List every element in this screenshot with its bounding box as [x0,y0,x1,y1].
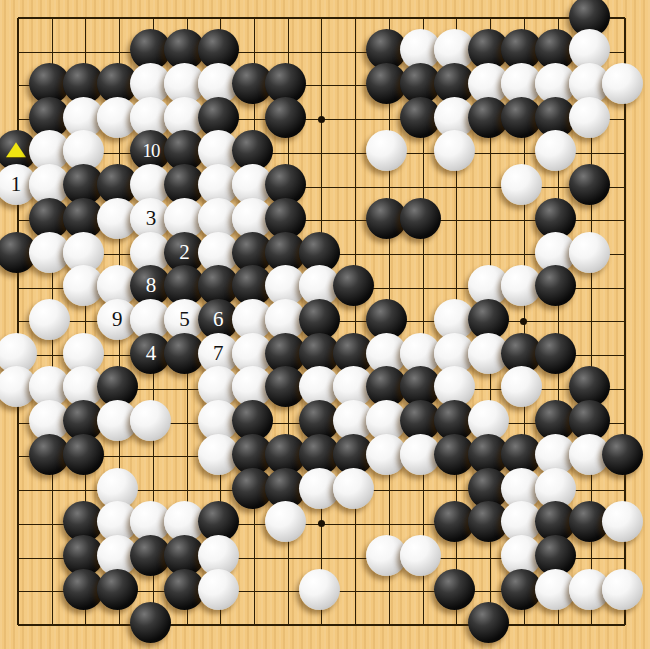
white-stone[interactable] [299,569,340,610]
black-stone[interactable] [97,569,138,610]
move-number-label: 3 [146,208,157,229]
white-stone[interactable] [265,501,306,542]
grid-line [18,624,625,626]
white-stone[interactable] [366,130,407,171]
black-stone[interactable] [63,434,104,475]
go-board[interactable]: 10132895647 [0,0,650,649]
white-stone[interactable] [130,400,171,441]
black-stone[interactable] [535,333,576,374]
white-stone[interactable] [535,130,576,171]
grid-line [355,18,356,625]
move-number-label: 1 [11,174,22,195]
star-point [318,116,325,123]
black-stone[interactable] [130,602,171,643]
black-stone[interactable] [602,434,643,475]
white-stone[interactable] [569,232,610,273]
move-number-label: 7 [213,343,224,364]
white-stone[interactable] [400,535,441,576]
move-number-label: 2 [179,242,190,263]
triangle-marker-icon [6,142,26,157]
black-stone[interactable] [569,164,610,205]
white-stone[interactable] [602,63,643,104]
move-number-label: 5 [179,309,190,330]
move-number-label: 4 [146,343,157,364]
move-number-label: 9 [112,309,123,330]
white-stone[interactable] [602,501,643,542]
move-number-label: 6 [213,309,224,330]
star-point [520,318,527,325]
black-stone[interactable] [434,569,475,610]
black-stone[interactable] [468,602,509,643]
star-point [318,520,325,527]
white-stone[interactable] [434,130,475,171]
white-stone[interactable] [333,468,374,509]
move-number-label: 8 [146,275,157,296]
white-stone[interactable] [569,97,610,138]
black-stone[interactable] [265,97,306,138]
black-stone[interactable] [400,198,441,239]
white-stone[interactable] [501,164,542,205]
white-stone[interactable] [501,366,542,407]
black-stone[interactable] [333,265,374,306]
move-number-label: 10 [142,141,159,160]
white-stone[interactable] [198,569,239,610]
black-stone[interactable] [535,265,576,306]
white-stone[interactable] [29,299,70,340]
white-stone[interactable] [602,569,643,610]
